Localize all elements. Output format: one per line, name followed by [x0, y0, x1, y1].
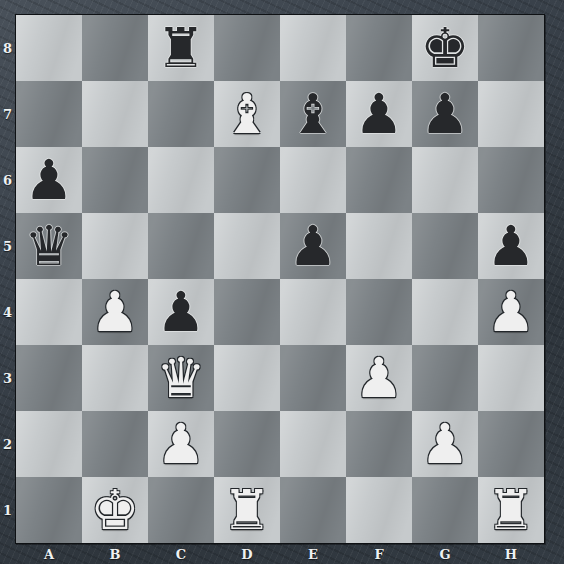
square-h8[interactable] — [478, 15, 544, 81]
square-b5[interactable] — [82, 213, 148, 279]
square-h1[interactable]: ♜ — [478, 477, 544, 543]
chess-diagram: ♜♚♝♝♟♟♟♛♟♟♟♟♟♛♟♟♟♚♜♜ 87654321 ABCDEFGH — [0, 0, 564, 564]
square-c3[interactable]: ♛ — [148, 345, 214, 411]
black-pawn[interactable]: ♟ — [354, 81, 403, 147]
square-h2[interactable] — [478, 411, 544, 477]
square-d2[interactable] — [214, 411, 280, 477]
white-pawn[interactable]: ♟ — [354, 345, 403, 411]
file-label-g: G — [412, 544, 478, 564]
square-d4[interactable] — [214, 279, 280, 345]
black-pawn[interactable]: ♟ — [420, 81, 469, 147]
square-e1[interactable] — [280, 477, 346, 543]
square-e2[interactable] — [280, 411, 346, 477]
square-g4[interactable] — [412, 279, 478, 345]
square-a2[interactable] — [16, 411, 82, 477]
square-g8[interactable]: ♚ — [412, 15, 478, 81]
square-h6[interactable] — [478, 147, 544, 213]
square-b1[interactable]: ♚ — [82, 477, 148, 543]
square-f7[interactable]: ♟ — [346, 81, 412, 147]
square-c6[interactable] — [148, 147, 214, 213]
black-rook[interactable]: ♜ — [156, 15, 205, 81]
rank-label-7: 7 — [0, 81, 15, 147]
square-g7[interactable]: ♟ — [412, 81, 478, 147]
square-g6[interactable] — [412, 147, 478, 213]
file-label-e: E — [280, 544, 346, 564]
black-bishop[interactable]: ♝ — [288, 81, 337, 147]
square-e7[interactable]: ♝ — [280, 81, 346, 147]
square-b3[interactable] — [82, 345, 148, 411]
square-f5[interactable] — [346, 213, 412, 279]
square-h7[interactable] — [478, 81, 544, 147]
white-bishop[interactable]: ♝ — [222, 81, 271, 147]
square-b7[interactable] — [82, 81, 148, 147]
square-b8[interactable] — [82, 15, 148, 81]
white-rook[interactable]: ♜ — [222, 477, 271, 543]
square-a5[interactable]: ♛ — [16, 213, 82, 279]
square-g5[interactable] — [412, 213, 478, 279]
square-d5[interactable] — [214, 213, 280, 279]
rank-label-1: 1 — [0, 477, 15, 543]
rank-label-4: 4 — [0, 279, 15, 345]
square-b6[interactable] — [82, 147, 148, 213]
rank-labels: 87654321 — [0, 14, 15, 544]
square-e6[interactable] — [280, 147, 346, 213]
square-d6[interactable] — [214, 147, 280, 213]
rank-label-6: 6 — [0, 147, 15, 213]
square-c4[interactable]: ♟ — [148, 279, 214, 345]
square-f1[interactable] — [346, 477, 412, 543]
white-pawn[interactable]: ♟ — [420, 411, 469, 477]
file-label-c: C — [148, 544, 214, 564]
square-f2[interactable] — [346, 411, 412, 477]
black-queen[interactable]: ♛ — [24, 213, 73, 279]
square-d1[interactable]: ♜ — [214, 477, 280, 543]
white-rook[interactable]: ♜ — [486, 477, 535, 543]
square-a8[interactable] — [16, 15, 82, 81]
square-e5[interactable]: ♟ — [280, 213, 346, 279]
square-a6[interactable]: ♟ — [16, 147, 82, 213]
file-label-h: H — [478, 544, 544, 564]
black-pawn[interactable]: ♟ — [24, 147, 73, 213]
black-pawn[interactable]: ♟ — [156, 279, 205, 345]
rank-label-5: 5 — [0, 213, 15, 279]
file-label-a: A — [16, 544, 82, 564]
rank-label-3: 3 — [0, 345, 15, 411]
square-b2[interactable] — [82, 411, 148, 477]
rank-label-8: 8 — [0, 15, 15, 81]
square-f6[interactable] — [346, 147, 412, 213]
square-e4[interactable] — [280, 279, 346, 345]
square-h5[interactable]: ♟ — [478, 213, 544, 279]
square-d3[interactable] — [214, 345, 280, 411]
square-f8[interactable] — [346, 15, 412, 81]
square-c2[interactable]: ♟ — [148, 411, 214, 477]
square-h3[interactable] — [478, 345, 544, 411]
square-c5[interactable] — [148, 213, 214, 279]
rank-label-2: 2 — [0, 411, 15, 477]
chess-board: ♜♚♝♝♟♟♟♛♟♟♟♟♟♛♟♟♟♚♜♜ — [15, 14, 545, 544]
file-label-b: B — [82, 544, 148, 564]
white-pawn[interactable]: ♟ — [156, 411, 205, 477]
square-e8[interactable] — [280, 15, 346, 81]
square-a7[interactable] — [16, 81, 82, 147]
white-king[interactable]: ♚ — [90, 477, 139, 543]
file-labels: ABCDEFGH — [16, 544, 544, 564]
white-pawn[interactable]: ♟ — [90, 279, 139, 345]
black-king[interactable]: ♚ — [420, 15, 469, 81]
file-label-d: D — [214, 544, 280, 564]
square-a3[interactable] — [16, 345, 82, 411]
square-d8[interactable] — [214, 15, 280, 81]
square-g1[interactable] — [412, 477, 478, 543]
file-label-f: F — [346, 544, 412, 564]
square-d7[interactable]: ♝ — [214, 81, 280, 147]
square-f3[interactable]: ♟ — [346, 345, 412, 411]
black-pawn[interactable]: ♟ — [288, 213, 337, 279]
square-e3[interactable] — [280, 345, 346, 411]
square-c7[interactable] — [148, 81, 214, 147]
square-g2[interactable]: ♟ — [412, 411, 478, 477]
square-b4[interactable]: ♟ — [82, 279, 148, 345]
square-h4[interactable]: ♟ — [478, 279, 544, 345]
black-pawn[interactable]: ♟ — [486, 213, 535, 279]
square-a4[interactable] — [16, 279, 82, 345]
white-pawn[interactable]: ♟ — [486, 279, 535, 345]
white-queen[interactable]: ♛ — [156, 345, 205, 411]
square-g3[interactable] — [412, 345, 478, 411]
square-c1[interactable] — [148, 477, 214, 543]
square-f4[interactable] — [346, 279, 412, 345]
square-c8[interactable]: ♜ — [148, 15, 214, 81]
square-a1[interactable] — [16, 477, 82, 543]
